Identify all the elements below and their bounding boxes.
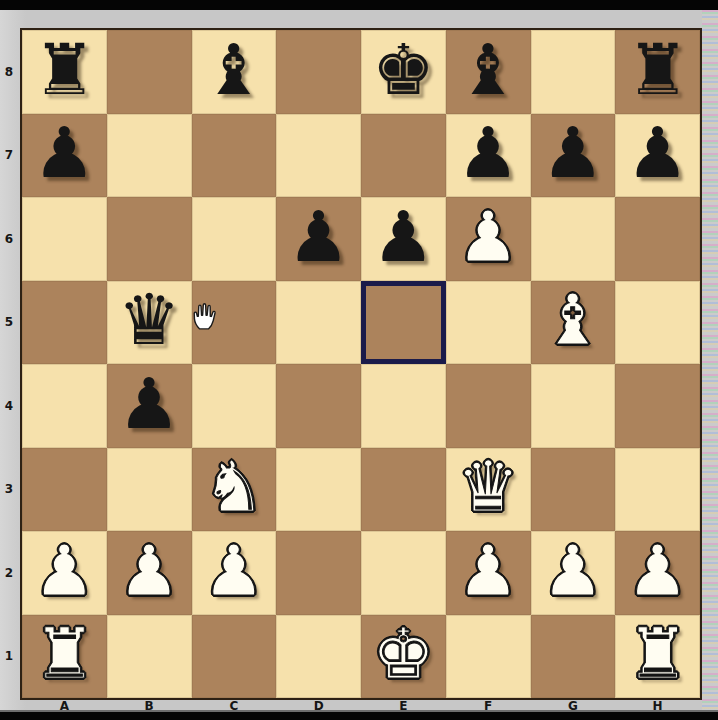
piece-black-rook-h8[interactable]: ♜ — [626, 35, 689, 105]
square-f5[interactable] — [446, 281, 531, 365]
rank-label-1: 1 — [0, 615, 20, 699]
square-e6[interactable]: ♟ — [361, 197, 446, 281]
square-f8[interactable]: ♝ — [446, 30, 531, 114]
letterbox-top — [0, 0, 718, 10]
file-label-g: G — [531, 700, 616, 712]
square-a6[interactable] — [22, 197, 107, 281]
square-h6[interactable] — [615, 197, 700, 281]
square-e3[interactable] — [361, 448, 446, 532]
square-b7[interactable] — [107, 114, 192, 198]
square-f3[interactable]: ♛ — [446, 448, 531, 532]
square-f4[interactable] — [446, 364, 531, 448]
piece-white-knight-c3[interactable]: ♞ — [202, 452, 265, 522]
letterbox-bottom — [0, 712, 718, 720]
square-d3[interactable] — [276, 448, 361, 532]
square-a2[interactable]: ♟ — [22, 531, 107, 615]
rank-label-6: 6 — [0, 197, 20, 281]
square-d2[interactable] — [276, 531, 361, 615]
square-e2[interactable] — [361, 531, 446, 615]
video-frame: { "game": "chess", "position": { "fen": … — [0, 0, 718, 720]
square-c4[interactable] — [192, 364, 277, 448]
piece-black-bishop-c8[interactable]: ♝ — [202, 35, 265, 105]
square-h1[interactable]: ♜ — [615, 615, 700, 699]
piece-white-pawn-f2[interactable]: ♟ — [457, 536, 520, 606]
piece-white-rook-a1[interactable]: ♜ — [33, 619, 96, 689]
piece-black-pawn-b4[interactable]: ♟ — [118, 369, 181, 439]
piece-black-rook-a8[interactable]: ♜ — [33, 35, 96, 105]
square-d8[interactable] — [276, 30, 361, 114]
square-a4[interactable] — [22, 364, 107, 448]
square-b8[interactable] — [107, 30, 192, 114]
piece-white-king-e1[interactable]: ♚ — [372, 619, 435, 689]
file-label-e: E — [361, 700, 446, 712]
piece-black-pawn-d6[interactable]: ♟ — [287, 202, 350, 272]
square-e7[interactable] — [361, 114, 446, 198]
square-a1[interactable]: ♜ — [22, 615, 107, 699]
rank-label-7: 7 — [0, 114, 20, 198]
square-c1[interactable] — [192, 615, 277, 699]
square-f1[interactable] — [446, 615, 531, 699]
square-f7[interactable]: ♟ — [446, 114, 531, 198]
square-g2[interactable]: ♟ — [531, 531, 616, 615]
square-a5[interactable] — [22, 281, 107, 365]
square-h4[interactable] — [615, 364, 700, 448]
hand-cursor-icon — [192, 302, 218, 330]
file-label-b: B — [107, 700, 192, 712]
square-c6[interactable] — [192, 197, 277, 281]
square-f2[interactable]: ♟ — [446, 531, 531, 615]
square-b2[interactable]: ♟ — [107, 531, 192, 615]
piece-black-king-e8[interactable]: ♚ — [372, 35, 435, 105]
piece-black-pawn-e6[interactable]: ♟ — [372, 202, 435, 272]
square-d7[interactable] — [276, 114, 361, 198]
square-h5[interactable] — [615, 281, 700, 365]
square-g1[interactable] — [531, 615, 616, 699]
video-noise-edge — [702, 10, 718, 710]
square-a3[interactable] — [22, 448, 107, 532]
file-label-d: D — [276, 700, 361, 712]
piece-white-pawn-b2[interactable]: ♟ — [118, 536, 181, 606]
piece-white-pawn-c2[interactable]: ♟ — [202, 536, 265, 606]
square-f6[interactable]: ♟ — [446, 197, 531, 281]
piece-black-pawn-h7[interactable]: ♟ — [626, 118, 689, 188]
piece-white-rook-h1[interactable]: ♜ — [626, 619, 689, 689]
chess-board[interactable]: ♜♝♚♝♜♟♟♟♟♟♟♟♛♝♟♞♛♟♟♟♟♟♟♜♚♜ — [20, 28, 702, 700]
piece-white-pawn-h2[interactable]: ♟ — [626, 536, 689, 606]
piece-black-queen-b5[interactable]: ♛ — [118, 285, 181, 355]
piece-black-pawn-a7[interactable]: ♟ — [33, 118, 96, 188]
square-c2[interactable]: ♟ — [192, 531, 277, 615]
square-b6[interactable] — [107, 197, 192, 281]
board-frame: 87654321 ♜♝♚♝♜♟♟♟♟♟♟♟♛♝♟♞♛♟♟♟♟♟♟♜♚♜ ABCD… — [0, 10, 718, 712]
square-h2[interactable]: ♟ — [615, 531, 700, 615]
square-a7[interactable]: ♟ — [22, 114, 107, 198]
square-a8[interactable]: ♜ — [22, 30, 107, 114]
square-g8[interactable] — [531, 30, 616, 114]
square-b3[interactable] — [107, 448, 192, 532]
square-h7[interactable]: ♟ — [615, 114, 700, 198]
rank-label-3: 3 — [0, 448, 20, 532]
square-d4[interactable] — [276, 364, 361, 448]
piece-black-bishop-f8[interactable]: ♝ — [457, 35, 520, 105]
square-c8[interactable]: ♝ — [192, 30, 277, 114]
square-e5[interactable] — [361, 281, 446, 365]
square-d6[interactable]: ♟ — [276, 197, 361, 281]
square-g5[interactable]: ♝ — [531, 281, 616, 365]
piece-white-pawn-f6[interactable]: ♟ — [457, 202, 520, 272]
square-g7[interactable]: ♟ — [531, 114, 616, 198]
square-e1[interactable]: ♚ — [361, 615, 446, 699]
piece-white-bishop-g5[interactable]: ♝ — [541, 285, 604, 355]
file-label-h: H — [615, 700, 700, 712]
rank-label-2: 2 — [0, 531, 20, 615]
square-g6[interactable] — [531, 197, 616, 281]
square-c7[interactable] — [192, 114, 277, 198]
file-label-f: F — [446, 700, 531, 712]
rank-label-4: 4 — [0, 364, 20, 448]
square-g4[interactable] — [531, 364, 616, 448]
square-e4[interactable] — [361, 364, 446, 448]
piece-black-pawn-g7[interactable]: ♟ — [541, 118, 604, 188]
rank-label-5: 5 — [0, 281, 20, 365]
square-d5[interactable] — [276, 281, 361, 365]
piece-white-queen-f3[interactable]: ♛ — [457, 452, 520, 522]
square-e8[interactable]: ♚ — [361, 30, 446, 114]
file-labels: ABCDEFGH — [22, 700, 700, 712]
piece-black-pawn-f7[interactable]: ♟ — [457, 118, 520, 188]
square-b1[interactable] — [107, 615, 192, 699]
rank-labels: 87654321 — [0, 30, 20, 698]
piece-white-pawn-a2[interactable]: ♟ — [33, 536, 96, 606]
square-b5[interactable]: ♛ — [107, 281, 192, 365]
square-c3[interactable]: ♞ — [192, 448, 277, 532]
piece-white-pawn-g2[interactable]: ♟ — [541, 536, 604, 606]
rank-label-8: 8 — [0, 30, 20, 114]
square-b4[interactable]: ♟ — [107, 364, 192, 448]
file-label-c: C — [192, 700, 277, 712]
square-d1[interactable] — [276, 615, 361, 699]
file-label-a: A — [22, 700, 107, 712]
square-g3[interactable] — [531, 448, 616, 532]
square-h3[interactable] — [615, 448, 700, 532]
square-h8[interactable]: ♜ — [615, 30, 700, 114]
